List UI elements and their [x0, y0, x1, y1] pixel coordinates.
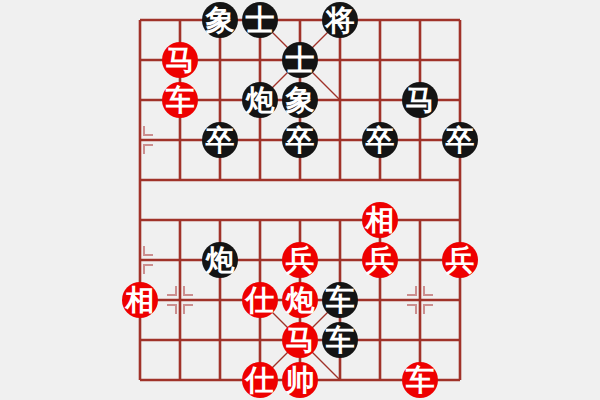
piece-red-chariot[interactable]: 车 [162, 82, 198, 118]
piece-red-advisor[interactable]: 仕 [242, 362, 278, 398]
piece-black-elephant[interactable]: 象 [282, 82, 318, 118]
piece-black-soldier[interactable]: 卒 [282, 122, 318, 158]
piece-red-elephant[interactable]: 相 [362, 202, 398, 238]
piece-black-soldier[interactable]: 卒 [362, 122, 398, 158]
piece-red-chariot[interactable]: 车 [402, 362, 438, 398]
pieces-layer: 象士将士炮象马卒卒卒卒炮车车马车相兵兵兵相仕炮马仕帅车 [0, 0, 600, 400]
piece-red-general[interactable]: 帅 [282, 362, 318, 398]
piece-red-horse[interactable]: 马 [162, 42, 198, 78]
piece-black-advisor[interactable]: 士 [242, 2, 278, 38]
piece-red-soldier[interactable]: 兵 [282, 242, 318, 278]
piece-black-chariot[interactable]: 车 [322, 282, 358, 318]
piece-red-soldier[interactable]: 兵 [442, 242, 478, 278]
piece-red-horse[interactable]: 马 [282, 322, 318, 358]
piece-black-elephant[interactable]: 象 [202, 2, 238, 38]
xiangqi-app: 象士将士炮象马卒卒卒卒炮车车马车相兵兵兵相仕炮马仕帅车 [0, 0, 600, 400]
piece-black-soldier[interactable]: 卒 [442, 122, 478, 158]
piece-black-advisor[interactable]: 士 [282, 42, 318, 78]
piece-black-general[interactable]: 将 [322, 2, 358, 38]
piece-red-cannon[interactable]: 炮 [282, 282, 318, 318]
piece-red-elephant[interactable]: 相 [122, 282, 158, 318]
piece-black-cannon[interactable]: 炮 [242, 82, 278, 118]
piece-black-horse[interactable]: 马 [402, 82, 438, 118]
piece-black-cannon[interactable]: 炮 [202, 242, 238, 278]
piece-black-chariot[interactable]: 车 [322, 322, 358, 358]
piece-red-advisor[interactable]: 仕 [242, 282, 278, 318]
piece-red-soldier[interactable]: 兵 [362, 242, 398, 278]
piece-black-soldier[interactable]: 卒 [202, 122, 238, 158]
